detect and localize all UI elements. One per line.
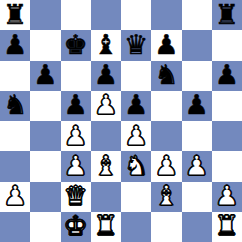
square-e4[interactable]: ♟: [121, 121, 151, 151]
black-rook: ♜: [3, 1, 27, 28]
square-c1[interactable]: ♚: [61, 212, 91, 242]
square-f6[interactable]: ♞: [151, 61, 181, 91]
square-e2[interactable]: [121, 182, 151, 212]
square-d4[interactable]: [91, 121, 121, 151]
square-c3[interactable]: ♟: [61, 151, 91, 181]
square-g1[interactable]: [182, 212, 212, 242]
square-d8[interactable]: [91, 0, 121, 30]
square-f1[interactable]: [151, 212, 181, 242]
square-d2[interactable]: [91, 182, 121, 212]
square-e3[interactable]: ♞: [121, 151, 151, 181]
black-pawn: ♟: [185, 91, 209, 118]
chess-board: ♜♜♟♚♝♛♟♟♟♞♟♞♟♟♟♟♟♟♟♝♞♟♟♟♛♝♟♚♜♜: [0, 0, 242, 242]
black-king: ♚: [64, 31, 88, 58]
square-d1[interactable]: ♜: [91, 212, 121, 242]
black-pawn: ♟: [33, 61, 57, 88]
square-b6[interactable]: ♟: [30, 61, 60, 91]
black-bishop: ♝: [94, 31, 118, 58]
square-a6[interactable]: [0, 61, 30, 91]
square-g7[interactable]: [182, 30, 212, 60]
square-a8[interactable]: ♜: [0, 0, 30, 30]
white-pawn: ♟: [64, 122, 88, 149]
white-pawn: ♟: [215, 182, 239, 209]
square-d5[interactable]: ♟: [91, 91, 121, 121]
square-a3[interactable]: [0, 151, 30, 181]
square-a2[interactable]: ♟: [0, 182, 30, 212]
black-knight: ♞: [3, 91, 27, 118]
black-pawn: ♟: [124, 91, 148, 118]
square-h5[interactable]: [212, 91, 242, 121]
square-c4[interactable]: ♟: [61, 121, 91, 151]
square-g6[interactable]: [182, 61, 212, 91]
white-bishop: ♝: [154, 182, 178, 209]
square-e1[interactable]: [121, 212, 151, 242]
square-f2[interactable]: ♝: [151, 182, 181, 212]
white-queen: ♛: [64, 182, 88, 209]
white-pawn: ♟: [94, 91, 118, 118]
black-pawn: ♟: [94, 61, 118, 88]
square-h4[interactable]: [212, 121, 242, 151]
square-c2[interactable]: ♛: [61, 182, 91, 212]
square-d6[interactable]: ♟: [91, 61, 121, 91]
square-f8[interactable]: [151, 0, 181, 30]
white-rook: ♜: [94, 212, 118, 239]
white-pawn: ♟: [64, 152, 88, 179]
square-f4[interactable]: [151, 121, 181, 151]
square-h1[interactable]: ♜: [212, 212, 242, 242]
square-h2[interactable]: ♟: [212, 182, 242, 212]
square-c8[interactable]: [61, 0, 91, 30]
square-f3[interactable]: ♟: [151, 151, 181, 181]
square-b7[interactable]: [30, 30, 60, 60]
white-king: ♚: [64, 212, 88, 239]
square-b5[interactable]: [30, 91, 60, 121]
square-b4[interactable]: [30, 121, 60, 151]
black-knight: ♞: [154, 61, 178, 88]
square-b3[interactable]: [30, 151, 60, 181]
square-d3[interactable]: ♝: [91, 151, 121, 181]
black-rook: ♜: [215, 1, 239, 28]
square-e7[interactable]: ♛: [121, 30, 151, 60]
square-h8[interactable]: ♜: [212, 0, 242, 30]
square-c7[interactable]: ♚: [61, 30, 91, 60]
white-pawn: ♟: [124, 122, 148, 149]
white-pawn: ♟: [154, 152, 178, 179]
square-f5[interactable]: [151, 91, 181, 121]
square-b1[interactable]: [30, 212, 60, 242]
white-pawn: ♟: [3, 182, 27, 209]
white-pawn: ♟: [185, 152, 209, 179]
square-e5[interactable]: ♟: [121, 91, 151, 121]
square-a4[interactable]: [0, 121, 30, 151]
square-g4[interactable]: [182, 121, 212, 151]
square-f7[interactable]: ♟: [151, 30, 181, 60]
square-g2[interactable]: [182, 182, 212, 212]
square-e6[interactable]: [121, 61, 151, 91]
square-d7[interactable]: ♝: [91, 30, 121, 60]
black-pawn: ♟: [3, 31, 27, 58]
square-a7[interactable]: ♟: [0, 30, 30, 60]
square-h3[interactable]: [212, 151, 242, 181]
white-knight: ♞: [124, 152, 148, 179]
square-g8[interactable]: [182, 0, 212, 30]
square-c6[interactable]: [61, 61, 91, 91]
square-a1[interactable]: [0, 212, 30, 242]
square-b2[interactable]: [30, 182, 60, 212]
square-h6[interactable]: ♟: [212, 61, 242, 91]
white-rook: ♜: [215, 212, 239, 239]
square-h7[interactable]: [212, 30, 242, 60]
white-bishop: ♝: [94, 152, 118, 179]
black-queen: ♛: [124, 31, 148, 58]
black-pawn: ♟: [215, 61, 239, 88]
square-g3[interactable]: ♟: [182, 151, 212, 181]
black-pawn: ♟: [154, 31, 178, 58]
square-g5[interactable]: ♟: [182, 91, 212, 121]
square-c5[interactable]: ♟: [61, 91, 91, 121]
square-e8[interactable]: [121, 0, 151, 30]
black-pawn: ♟: [64, 91, 88, 118]
square-a5[interactable]: ♞: [0, 91, 30, 121]
square-b8[interactable]: [30, 0, 60, 30]
